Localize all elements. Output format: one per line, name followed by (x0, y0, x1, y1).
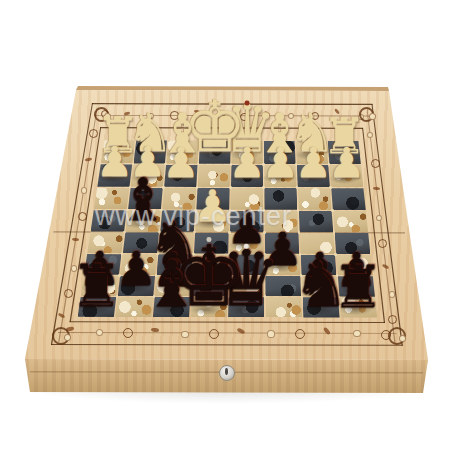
square-c3[interactable] (264, 188, 297, 210)
clasp-keyhole (225, 368, 228, 375)
vine-scroll-ornament (123, 328, 133, 338)
finial-ball (207, 237, 212, 242)
piece-white-pawn-a2[interactable]: ♟ (328, 142, 365, 184)
vine-scroll-ornament (388, 315, 397, 324)
piece-black-bishop-f8[interactable]: ♝ (143, 251, 201, 315)
grid-notch (333, 231, 336, 234)
vine-inlay-chip (353, 330, 360, 337)
vine-inlay-chip (367, 132, 374, 139)
piece-black-rook-h8[interactable]: ♜ (71, 257, 123, 315)
square-b3[interactable] (298, 188, 332, 210)
piece-white-pawn-c2[interactable]: ♟ (262, 141, 299, 183)
vine-inlay-chip (81, 187, 88, 194)
vine-inlay-chip (267, 330, 274, 337)
square-a3[interactable] (331, 188, 365, 210)
vine-scroll-ornament (209, 329, 219, 339)
piece-white-pawn-b2[interactable]: ♟ (295, 142, 332, 184)
grid-notch (262, 186, 265, 189)
vine-inlay-chip (376, 215, 383, 222)
vine-inlay-chip (96, 329, 103, 336)
chess-board-photo: www.vip-center ♜♞♛♚♝♜♟♟♟♟♟♟♟♞♟♟♝♟♟♟♟♟♟♟♜… (0, 0, 450, 450)
corner-scroll-ornament (64, 334, 71, 341)
vine-scroll-ornament (295, 329, 305, 339)
piece-white-pawn-d2[interactable]: ♟ (228, 141, 265, 183)
square-a4[interactable] (333, 211, 368, 232)
grid-notch (331, 209, 334, 212)
square-b4[interactable] (299, 211, 333, 232)
grid-notch (329, 186, 332, 189)
piece-black-knight-b8[interactable]: ♞ (293, 254, 349, 316)
corner-scroll-ornament (399, 335, 406, 342)
